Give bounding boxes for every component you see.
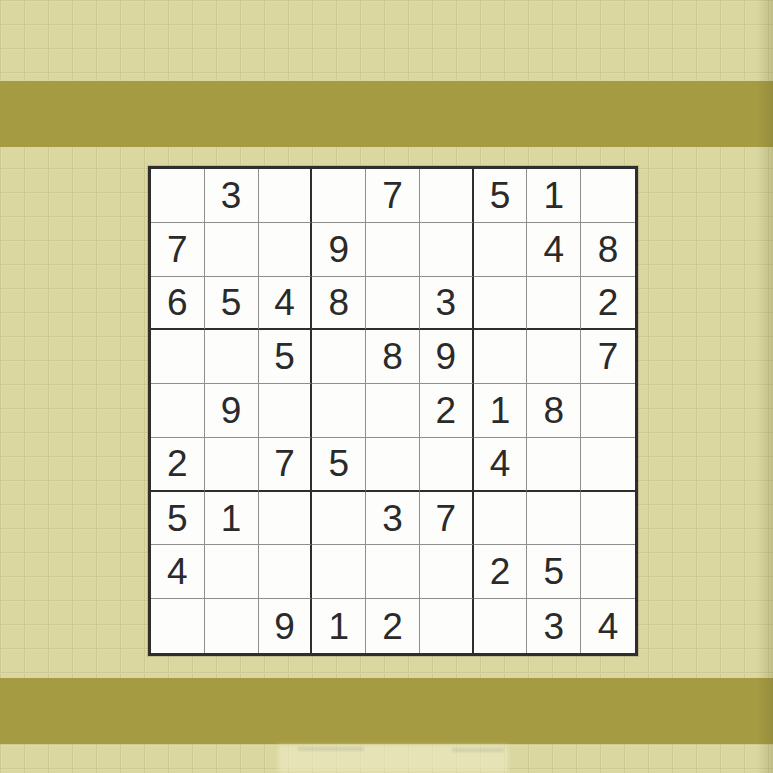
cell-r8c4[interactable] <box>312 545 366 599</box>
cell-r9c5[interactable]: 2 <box>366 599 420 653</box>
cell-r8c7[interactable]: 2 <box>474 545 528 599</box>
cell-r1c3[interactable] <box>259 169 313 223</box>
bottom-band <box>0 678 773 744</box>
cell-r5c5[interactable] <box>366 384 420 438</box>
cell-r5c9[interactable] <box>581 384 635 438</box>
cell-r4c3[interactable]: 5 <box>259 330 313 384</box>
cell-r7c6[interactable]: 7 <box>420 492 474 546</box>
cell-r5c8[interactable]: 8 <box>527 384 581 438</box>
cell-r7c5[interactable]: 3 <box>366 492 420 546</box>
cell-r6c4[interactable]: 5 <box>312 438 366 492</box>
cell-r7c9[interactable] <box>581 492 635 546</box>
cell-r5c4[interactable] <box>312 384 366 438</box>
cell-r9c7[interactable] <box>474 599 528 653</box>
artifact-smudge <box>298 747 364 751</box>
cell-r1c6[interactable] <box>420 169 474 223</box>
page-background: 37517948654832589792182754513742591234 <box>0 0 773 773</box>
cell-r3c9[interactable]: 2 <box>581 277 635 331</box>
cell-r6c9[interactable] <box>581 438 635 492</box>
cell-r2c7[interactable] <box>474 223 528 277</box>
cell-r9c4[interactable]: 1 <box>312 599 366 653</box>
cell-r9c6[interactable] <box>420 599 474 653</box>
cell-r5c1[interactable] <box>151 384 205 438</box>
cell-r3c7[interactable] <box>474 277 528 331</box>
cell-r4c2[interactable] <box>205 330 259 384</box>
cell-r4c6[interactable]: 9 <box>420 330 474 384</box>
top-band <box>0 81 773 147</box>
cell-r7c1[interactable]: 5 <box>151 492 205 546</box>
cell-r9c8[interactable]: 3 <box>527 599 581 653</box>
cell-r5c3[interactable] <box>259 384 313 438</box>
cell-r6c8[interactable] <box>527 438 581 492</box>
cell-r8c2[interactable] <box>205 545 259 599</box>
cell-r2c6[interactable] <box>420 223 474 277</box>
cell-r4c5[interactable]: 8 <box>366 330 420 384</box>
cell-r9c2[interactable] <box>205 599 259 653</box>
cell-r8c1[interactable]: 4 <box>151 545 205 599</box>
cell-r8c9[interactable] <box>581 545 635 599</box>
cell-r7c8[interactable] <box>527 492 581 546</box>
cell-r3c5[interactable] <box>366 277 420 331</box>
cell-r3c2[interactable]: 5 <box>205 277 259 331</box>
cell-r1c5[interactable]: 7 <box>366 169 420 223</box>
sudoku-board: 37517948654832589792182754513742591234 <box>148 166 638 656</box>
cell-r3c4[interactable]: 8 <box>312 277 366 331</box>
cell-r8c5[interactable] <box>366 545 420 599</box>
cell-r1c9[interactable] <box>581 169 635 223</box>
cell-r9c3[interactable]: 9 <box>259 599 313 653</box>
cell-r8c8[interactable]: 5 <box>527 545 581 599</box>
cell-r5c2[interactable]: 9 <box>205 384 259 438</box>
cell-r6c5[interactable] <box>366 438 420 492</box>
cell-r2c9[interactable]: 8 <box>581 223 635 277</box>
cell-r4c1[interactable] <box>151 330 205 384</box>
cell-r1c1[interactable] <box>151 169 205 223</box>
cell-r8c3[interactable] <box>259 545 313 599</box>
cell-r6c2[interactable] <box>205 438 259 492</box>
cell-r7c4[interactable] <box>312 492 366 546</box>
cell-r1c4[interactable] <box>312 169 366 223</box>
cell-r2c5[interactable] <box>366 223 420 277</box>
cell-r6c7[interactable]: 4 <box>474 438 528 492</box>
cell-r1c7[interactable]: 5 <box>474 169 528 223</box>
artifact-smudge <box>452 748 504 752</box>
cell-r3c3[interactable]: 4 <box>259 277 313 331</box>
cell-r2c4[interactable]: 9 <box>312 223 366 277</box>
cell-r6c1[interactable]: 2 <box>151 438 205 492</box>
cell-r2c3[interactable] <box>259 223 313 277</box>
cell-r8c6[interactable] <box>420 545 474 599</box>
cell-r4c7[interactable] <box>474 330 528 384</box>
cell-r6c6[interactable] <box>420 438 474 492</box>
cell-r4c4[interactable] <box>312 330 366 384</box>
cell-r2c8[interactable]: 4 <box>527 223 581 277</box>
cell-r5c7[interactable]: 1 <box>474 384 528 438</box>
cell-r7c3[interactable] <box>259 492 313 546</box>
cell-r9c9[interactable]: 4 <box>581 599 635 653</box>
cell-r3c8[interactable] <box>527 277 581 331</box>
cell-r4c8[interactable] <box>527 330 581 384</box>
cell-r7c7[interactable] <box>474 492 528 546</box>
cell-r7c2[interactable]: 1 <box>205 492 259 546</box>
sudoku-grid: 37517948654832589792182754513742591234 <box>151 169 635 653</box>
cell-r3c6[interactable]: 3 <box>420 277 474 331</box>
cell-r2c1[interactable]: 7 <box>151 223 205 277</box>
cell-r6c3[interactable]: 7 <box>259 438 313 492</box>
cell-r5c6[interactable]: 2 <box>420 384 474 438</box>
cell-r4c9[interactable]: 7 <box>581 330 635 384</box>
cell-r2c2[interactable] <box>205 223 259 277</box>
cell-r1c8[interactable]: 1 <box>527 169 581 223</box>
cell-r1c2[interactable]: 3 <box>205 169 259 223</box>
cell-r3c1[interactable]: 6 <box>151 277 205 331</box>
cell-r9c1[interactable] <box>151 599 205 653</box>
